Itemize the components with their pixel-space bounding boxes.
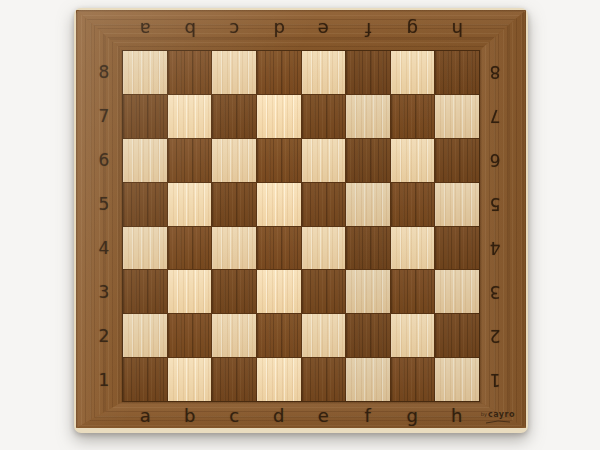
square-h8[interactable] xyxy=(435,51,479,94)
square-f7[interactable] xyxy=(346,95,390,138)
square-e3[interactable] xyxy=(302,270,346,313)
square-f8[interactable] xyxy=(346,51,390,94)
square-h1[interactable] xyxy=(435,358,479,401)
square-a8[interactable] xyxy=(123,51,167,94)
square-h5[interactable] xyxy=(435,183,479,226)
square-a4[interactable] xyxy=(123,227,167,270)
square-b6[interactable] xyxy=(168,139,212,182)
square-e4[interactable] xyxy=(302,227,346,270)
square-e7[interactable] xyxy=(302,95,346,138)
square-a1[interactable] xyxy=(123,358,167,401)
square-e1[interactable] xyxy=(302,358,346,401)
square-h7[interactable] xyxy=(435,95,479,138)
square-d2[interactable] xyxy=(257,314,301,357)
square-e8[interactable] xyxy=(302,51,346,94)
square-c2[interactable] xyxy=(212,314,256,357)
board-frame-right-rail xyxy=(480,10,526,428)
square-b4[interactable] xyxy=(168,227,212,270)
playing-area xyxy=(122,50,480,402)
brand-mark: by cayro xyxy=(481,411,515,424)
square-b7[interactable] xyxy=(168,95,212,138)
brand-swoosh-icon xyxy=(485,419,511,424)
square-a6[interactable] xyxy=(123,139,167,182)
square-d1[interactable] xyxy=(257,358,301,401)
square-a2[interactable] xyxy=(123,314,167,357)
brand-name-text: cayro xyxy=(488,411,515,419)
square-b8[interactable] xyxy=(168,51,212,94)
chess-board: abcdefgh abcdefgh 87654321 87654321 by c… xyxy=(74,8,528,433)
square-a3[interactable] xyxy=(123,270,167,313)
square-f6[interactable] xyxy=(346,139,390,182)
square-f3[interactable] xyxy=(346,270,390,313)
square-c8[interactable] xyxy=(212,51,256,94)
square-f2[interactable] xyxy=(346,314,390,357)
square-e5[interactable] xyxy=(302,183,346,226)
square-c5[interactable] xyxy=(212,183,256,226)
square-g8[interactable] xyxy=(391,51,435,94)
square-e2[interactable] xyxy=(302,314,346,357)
square-g5[interactable] xyxy=(391,183,435,226)
square-d6[interactable] xyxy=(257,139,301,182)
board-frame-bottom-rail xyxy=(76,402,526,428)
square-c4[interactable] xyxy=(212,227,256,270)
square-g4[interactable] xyxy=(391,227,435,270)
square-b2[interactable] xyxy=(168,314,212,357)
square-d3[interactable] xyxy=(257,270,301,313)
square-f4[interactable] xyxy=(346,227,390,270)
square-b1[interactable] xyxy=(168,358,212,401)
square-g1[interactable] xyxy=(391,358,435,401)
square-f5[interactable] xyxy=(346,183,390,226)
square-b3[interactable] xyxy=(168,270,212,313)
square-c6[interactable] xyxy=(212,139,256,182)
square-h4[interactable] xyxy=(435,227,479,270)
square-c1[interactable] xyxy=(212,358,256,401)
square-a5[interactable] xyxy=(123,183,167,226)
square-e6[interactable] xyxy=(302,139,346,182)
square-g2[interactable] xyxy=(391,314,435,357)
brand-by-text: by xyxy=(481,412,487,417)
square-d7[interactable] xyxy=(257,95,301,138)
square-g7[interactable] xyxy=(391,95,435,138)
square-c3[interactable] xyxy=(212,270,256,313)
board-frame-top-rail xyxy=(76,10,526,50)
square-d8[interactable] xyxy=(257,51,301,94)
square-h3[interactable] xyxy=(435,270,479,313)
square-f1[interactable] xyxy=(346,358,390,401)
square-c7[interactable] xyxy=(212,95,256,138)
square-b5[interactable] xyxy=(168,183,212,226)
square-d5[interactable] xyxy=(257,183,301,226)
square-h6[interactable] xyxy=(435,139,479,182)
square-a7[interactable] xyxy=(123,95,167,138)
square-g6[interactable] xyxy=(391,139,435,182)
board-frame-left-rail xyxy=(76,10,122,428)
square-d4[interactable] xyxy=(257,227,301,270)
square-h2[interactable] xyxy=(435,314,479,357)
square-g3[interactable] xyxy=(391,270,435,313)
